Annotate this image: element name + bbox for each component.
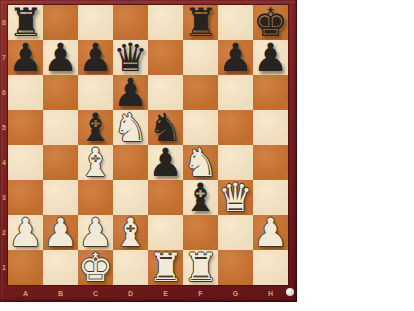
square-d5[interactable]: ♞ bbox=[113, 110, 148, 145]
square-f7[interactable] bbox=[183, 40, 218, 75]
square-e4[interactable]: ♟ bbox=[148, 145, 183, 180]
square-d1[interactable] bbox=[113, 250, 148, 285]
piece-black-pawn[interactable]: ♟ bbox=[253, 38, 288, 77]
piece-white-queen[interactable]: ♛ bbox=[218, 178, 253, 217]
square-f3[interactable]: ♝ bbox=[183, 180, 218, 215]
file-label-f: F bbox=[183, 287, 218, 299]
square-c1[interactable]: ♚ bbox=[78, 250, 113, 285]
piece-black-pawn[interactable]: ♟ bbox=[148, 143, 183, 182]
piece-white-knight[interactable]: ♞ bbox=[113, 108, 148, 147]
file-label-a: A bbox=[8, 287, 43, 299]
square-a5[interactable] bbox=[8, 110, 43, 145]
square-h1[interactable] bbox=[253, 250, 288, 285]
square-b5[interactable] bbox=[43, 110, 78, 145]
file-label-h: H bbox=[253, 287, 288, 299]
square-d4[interactable] bbox=[113, 145, 148, 180]
rank-label-6: 6 bbox=[0, 75, 8, 110]
piece-white-rook[interactable]: ♜ bbox=[148, 248, 183, 287]
square-e7[interactable] bbox=[148, 40, 183, 75]
piece-black-pawn[interactable]: ♟ bbox=[8, 38, 43, 77]
square-h7[interactable]: ♟ bbox=[253, 40, 288, 75]
rank-label-5: 5 bbox=[0, 110, 8, 145]
corner-marker-dot bbox=[286, 288, 294, 296]
square-g6[interactable] bbox=[218, 75, 253, 110]
square-b2[interactable]: ♟ bbox=[43, 215, 78, 250]
file-label-e: E bbox=[148, 287, 183, 299]
square-g5[interactable] bbox=[218, 110, 253, 145]
square-a7[interactable]: ♟ bbox=[8, 40, 43, 75]
square-f1[interactable]: ♜ bbox=[183, 250, 218, 285]
square-b1[interactable] bbox=[43, 250, 78, 285]
square-c4[interactable]: ♝ bbox=[78, 145, 113, 180]
piece-white-bishop[interactable]: ♝ bbox=[78, 143, 113, 182]
rank-label-8: 8 bbox=[0, 5, 8, 40]
page: ♜♜♚♟♟♟♛♟♟♟♝♞♞♝♟♞♝♛♟♟♟♝♟♚♜♜ 87654321 ABCD… bbox=[0, 0, 414, 311]
piece-black-rook[interactable]: ♜ bbox=[183, 3, 218, 42]
square-e8[interactable] bbox=[148, 5, 183, 40]
square-h4[interactable] bbox=[253, 145, 288, 180]
piece-black-bishop[interactable]: ♝ bbox=[183, 178, 218, 217]
square-d2[interactable]: ♝ bbox=[113, 215, 148, 250]
rank-label-2: 2 bbox=[0, 215, 8, 250]
rank-label-1: 1 bbox=[0, 250, 8, 285]
piece-white-pawn[interactable]: ♟ bbox=[8, 213, 43, 252]
square-e1[interactable]: ♜ bbox=[148, 250, 183, 285]
square-h2[interactable]: ♟ bbox=[253, 215, 288, 250]
square-g1[interactable] bbox=[218, 250, 253, 285]
square-a4[interactable] bbox=[8, 145, 43, 180]
piece-white-rook[interactable]: ♜ bbox=[183, 248, 218, 287]
piece-black-pawn[interactable]: ♟ bbox=[218, 38, 253, 77]
file-label-d: D bbox=[113, 287, 148, 299]
piece-white-pawn[interactable]: ♟ bbox=[43, 213, 78, 252]
square-b6[interactable] bbox=[43, 75, 78, 110]
chess-board: ♜♜♚♟♟♟♛♟♟♟♝♞♞♝♟♞♝♛♟♟♟♝♟♚♜♜ 87654321 ABCD… bbox=[0, 0, 297, 302]
square-c7[interactable]: ♟ bbox=[78, 40, 113, 75]
square-h5[interactable] bbox=[253, 110, 288, 145]
piece-black-pawn[interactable]: ♟ bbox=[43, 38, 78, 77]
square-f8[interactable]: ♜ bbox=[183, 5, 218, 40]
square-b4[interactable] bbox=[43, 145, 78, 180]
square-a1[interactable] bbox=[8, 250, 43, 285]
square-e3[interactable] bbox=[148, 180, 183, 215]
piece-white-pawn[interactable]: ♟ bbox=[253, 213, 288, 252]
square-g3[interactable]: ♛ bbox=[218, 180, 253, 215]
file-label-g: G bbox=[218, 287, 253, 299]
square-g7[interactable]: ♟ bbox=[218, 40, 253, 75]
rank-label-7: 7 bbox=[0, 40, 8, 75]
file-label-c: C bbox=[78, 287, 113, 299]
piece-black-pawn[interactable]: ♟ bbox=[78, 38, 113, 77]
piece-white-bishop[interactable]: ♝ bbox=[113, 213, 148, 252]
file-label-b: B bbox=[43, 287, 78, 299]
piece-white-king[interactable]: ♚ bbox=[78, 248, 113, 287]
square-a6[interactable] bbox=[8, 75, 43, 110]
rank-label-4: 4 bbox=[0, 145, 8, 180]
rank-label-3: 3 bbox=[0, 180, 8, 215]
square-b7[interactable]: ♟ bbox=[43, 40, 78, 75]
square-f6[interactable] bbox=[183, 75, 218, 110]
square-h6[interactable] bbox=[253, 75, 288, 110]
square-g2[interactable] bbox=[218, 215, 253, 250]
board-squares: ♜♜♚♟♟♟♛♟♟♟♝♞♞♝♟♞♝♛♟♟♟♝♟♚♜♜ bbox=[8, 5, 288, 285]
square-a2[interactable]: ♟ bbox=[8, 215, 43, 250]
